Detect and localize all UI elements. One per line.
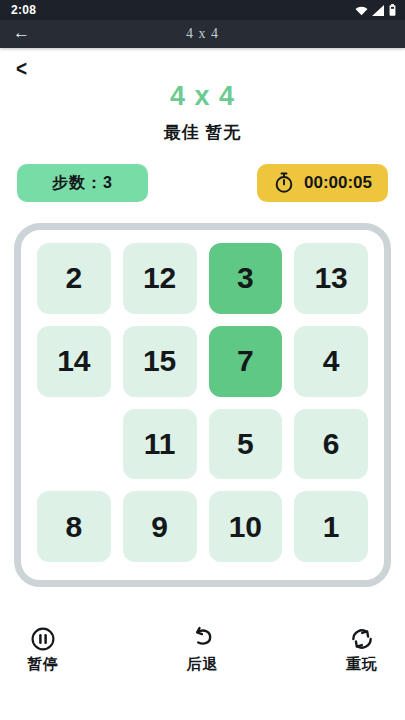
stopwatch-icon xyxy=(273,172,295,194)
replay-label: 重玩 xyxy=(346,655,378,674)
status-bar: 2:08 xyxy=(0,0,405,20)
puzzle-grid: 212313141574115689101 xyxy=(37,243,368,562)
tile-2[interactable]: 2 xyxy=(37,243,111,314)
appbar-title: 4 x 4 xyxy=(186,26,219,42)
tile-9[interactable]: 9 xyxy=(123,491,197,562)
status-time: 2:08 xyxy=(11,3,36,17)
tile-11[interactable]: 11 xyxy=(123,409,197,480)
stats-row: 步数：3 00:00:05 xyxy=(0,164,405,202)
puzzle-board: 212313141574115689101 xyxy=(14,223,391,587)
tile-12[interactable]: 12 xyxy=(123,243,197,314)
status-icons xyxy=(355,4,396,16)
bottom-bar: 暂停 后退 重玩 xyxy=(0,626,405,674)
tile-15[interactable]: 15 xyxy=(123,326,197,397)
moves-badge: 步数：3 xyxy=(17,164,148,202)
tile-3[interactable]: 3 xyxy=(209,243,283,314)
tile-6[interactable]: 6 xyxy=(294,409,368,480)
replay-icon xyxy=(349,626,375,652)
pause-icon xyxy=(30,626,56,652)
replay-button[interactable]: 重玩 xyxy=(339,626,385,674)
best-score-text: 最佳 暂无 xyxy=(0,121,405,144)
app-screen: 2:08 ← 4 x 4 < 4 x 4 最佳 暂无 xyxy=(0,0,405,720)
signal-icon xyxy=(372,5,385,16)
empty-cell xyxy=(37,409,111,480)
pause-label: 暂停 xyxy=(27,655,59,674)
undo-label: 后退 xyxy=(187,655,219,674)
tile-10[interactable]: 10 xyxy=(209,491,283,562)
page-title: 4 x 4 xyxy=(0,81,405,112)
timer-badge: 00:00:05 xyxy=(257,164,388,202)
tile-14[interactable]: 14 xyxy=(37,326,111,397)
appbar-back-arrow-icon[interactable]: ← xyxy=(13,22,30,44)
tile-13[interactable]: 13 xyxy=(294,243,368,314)
tile-1[interactable]: 1 xyxy=(294,491,368,562)
undo-icon xyxy=(190,626,216,652)
tile-4[interactable]: 4 xyxy=(294,326,368,397)
tile-5[interactable]: 5 xyxy=(209,409,283,480)
undo-button[interactable]: 后退 xyxy=(180,626,226,674)
battery-icon xyxy=(389,4,396,16)
tile-7[interactable]: 7 xyxy=(209,326,283,397)
timer-text: 00:00:05 xyxy=(304,173,372,193)
wifi-icon xyxy=(355,5,368,16)
app-bar: ← 4 x 4 xyxy=(0,20,405,48)
page-back-chevron-icon[interactable]: < xyxy=(16,56,38,81)
tile-8[interactable]: 8 xyxy=(37,491,111,562)
moves-text: 步数：3 xyxy=(52,173,113,194)
pause-button[interactable]: 暂停 xyxy=(20,626,66,674)
